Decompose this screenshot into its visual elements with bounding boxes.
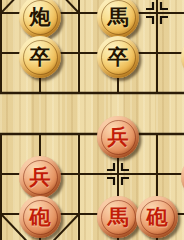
piece-g6-red-soldier[interactable]: 兵	[97, 116, 139, 158]
black-soldier-glyph: 卒	[30, 47, 51, 68]
red-cannon-glyph: 砲	[147, 207, 168, 228]
piece-g4-black-soldier[interactable]: 卒	[97, 36, 139, 78]
xiangqi-board: 炮馬卒卒卒兵兵兵砲馬砲	[0, 0, 184, 240]
piece-e7-red-soldier[interactable]: 兵	[19, 156, 61, 198]
piece-e4-black-soldier[interactable]: 卒	[19, 36, 61, 78]
piece-h8-red-cannon[interactable]: 砲	[136, 196, 178, 238]
red-soldier-glyph: 兵	[30, 167, 51, 188]
red-horse-glyph: 馬	[108, 207, 129, 228]
red-soldier-glyph: 兵	[108, 127, 129, 148]
black-horse-glyph: 馬	[108, 7, 129, 28]
piece-g8-red-horse[interactable]: 馬	[97, 196, 139, 238]
black-cannon-glyph: 炮	[30, 7, 51, 28]
red-cannon-glyph: 砲	[30, 207, 51, 228]
piece-e8-red-cannon[interactable]: 砲	[19, 196, 61, 238]
black-soldier-glyph: 卒	[108, 47, 129, 68]
